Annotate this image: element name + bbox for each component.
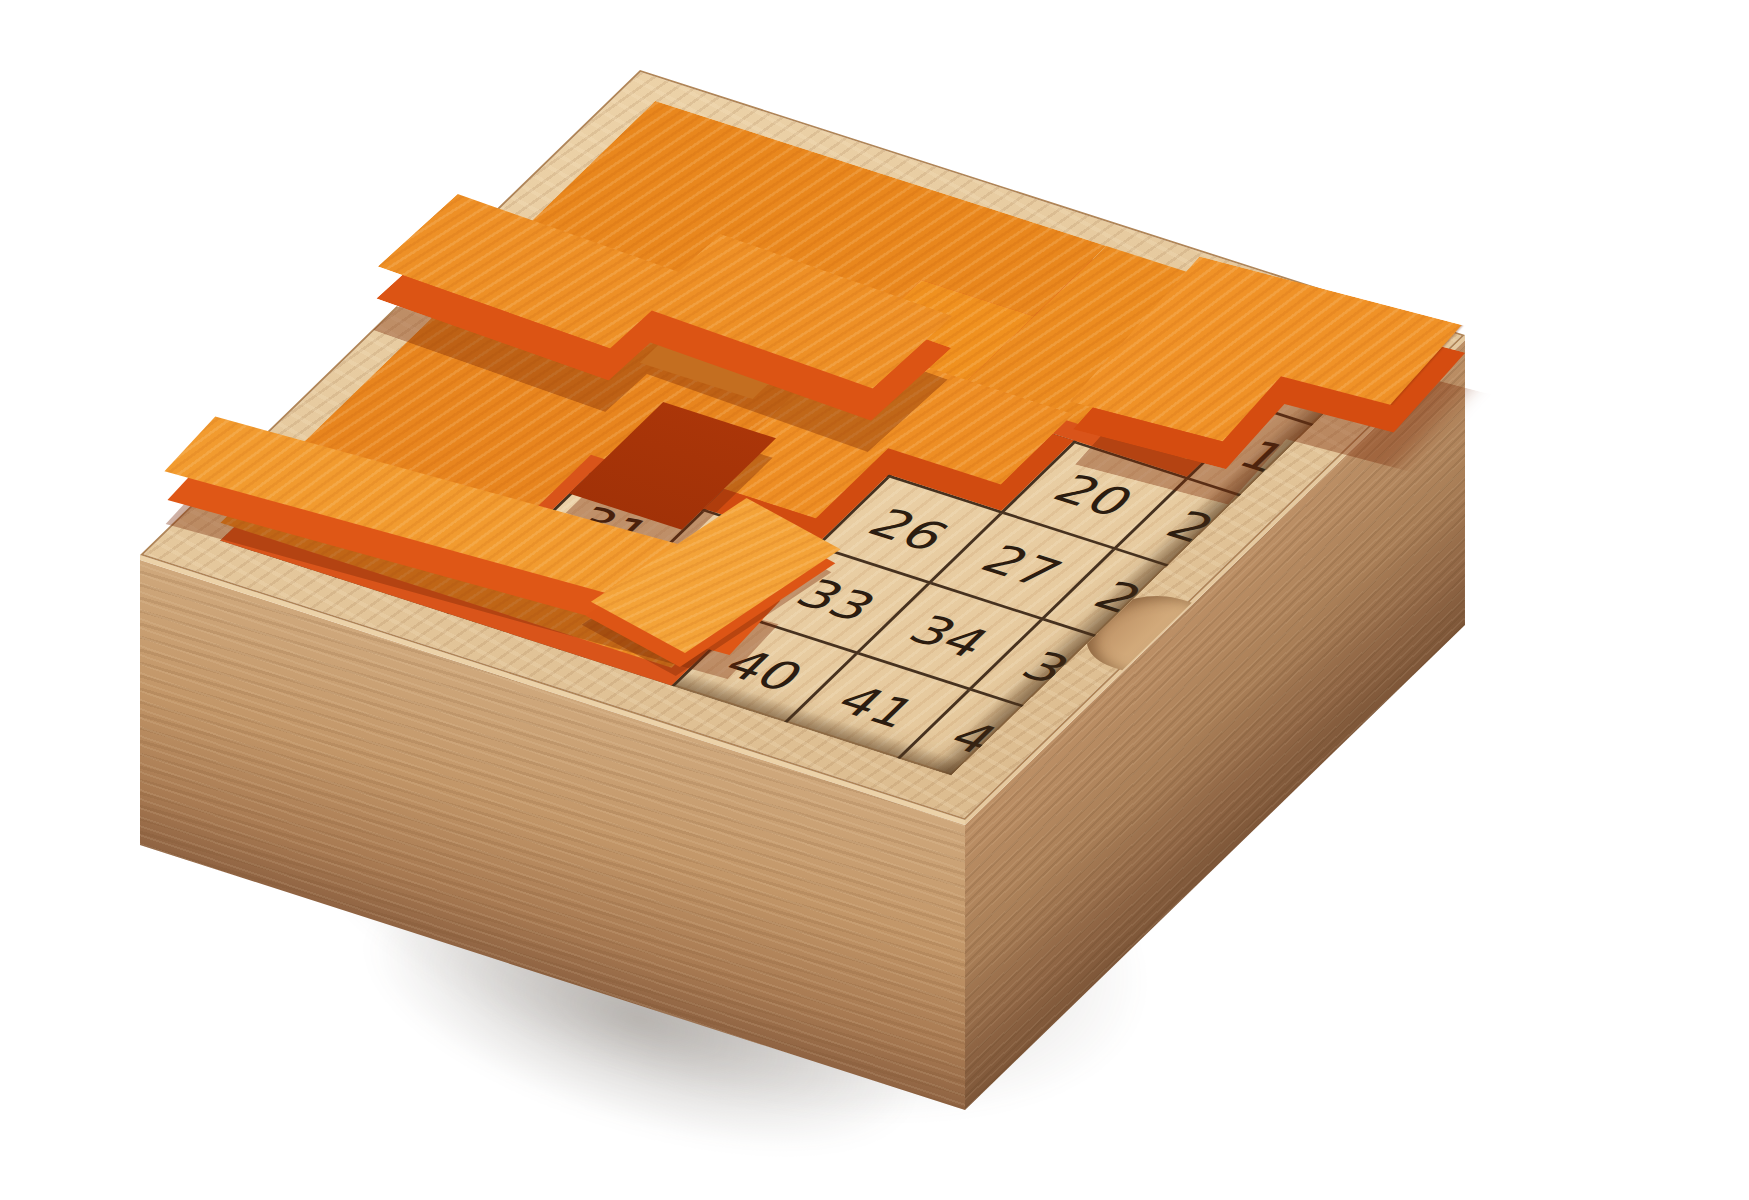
puzzle-photo-scene: 1234567891011121314151617181920212223242… (0, 0, 1749, 1200)
